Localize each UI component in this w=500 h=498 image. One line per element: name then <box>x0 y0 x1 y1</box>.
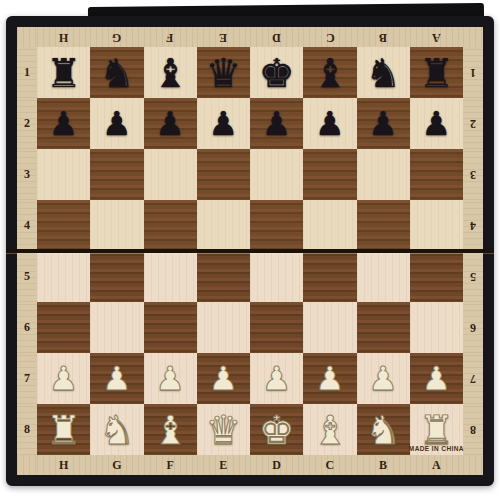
rank-label-left-7: 7 <box>17 353 37 404</box>
rank-label-left-1: 1 <box>17 47 37 98</box>
square-e3[interactable] <box>197 149 250 200</box>
file-label-bottom-a-text: A <box>432 458 441 473</box>
square-b2[interactable]: ♟ <box>357 98 410 149</box>
square-g5[interactable] <box>90 251 143 302</box>
rank-label-left-6: 6 <box>17 302 37 353</box>
border-corner-bottom-left <box>17 455 37 475</box>
rank-label-left-4: 4 <box>17 200 37 251</box>
square-d7[interactable]: ♟ <box>250 353 303 404</box>
piece-white-rook[interactable]: ♜ <box>46 410 82 450</box>
file-label-bottom-c-text: C <box>326 458 335 473</box>
square-h7[interactable]: ♟ <box>37 353 90 404</box>
piece-black-rook[interactable]: ♜ <box>46 53 82 93</box>
square-a8[interactable]: ♜MADE IN CHINA <box>410 404 463 455</box>
square-b7[interactable]: ♟ <box>357 353 410 404</box>
square-e5[interactable] <box>197 251 250 302</box>
piece-white-pawn[interactable]: ♟ <box>102 362 132 395</box>
chess-set-photo: HGFEDCBA1♜♞♝♛♚♝♞♜12♟♟♟♟♟♟♟♟2334455667♟♟♟… <box>0 0 500 498</box>
file-label-bottom-f: F <box>144 455 197 475</box>
file-label-bottom-a: A <box>410 455 463 475</box>
square-e7[interactable]: ♟ <box>197 353 250 404</box>
rank-label-left-6-text: 6 <box>24 320 30 335</box>
piece-black-pawn[interactable]: ♟ <box>262 107 292 140</box>
square-b8[interactable]: ♞ <box>357 404 410 455</box>
piece-white-knight[interactable]: ♞ <box>365 410 401 450</box>
rank-label-right-7-text: 7 <box>470 371 476 386</box>
square-d1[interactable]: ♚ <box>250 47 303 98</box>
square-h4[interactable] <box>37 200 90 251</box>
square-a7[interactable]: ♟ <box>410 353 463 404</box>
file-label-bottom-e: E <box>197 455 250 475</box>
chess-board: HGFEDCBA1♜♞♝♛♚♝♞♜12♟♟♟♟♟♟♟♟2334455667♟♟♟… <box>6 16 494 486</box>
rank-label-right-3: 3 <box>463 149 483 200</box>
piece-black-pawn[interactable]: ♟ <box>49 107 79 140</box>
piece-white-king[interactable]: ♚ <box>259 410 295 450</box>
square-c5[interactable] <box>303 251 356 302</box>
file-label-bottom-d: D <box>250 455 303 475</box>
square-f4[interactable] <box>144 200 197 251</box>
square-g6[interactable] <box>90 302 143 353</box>
border-corner-bottom-right <box>463 455 483 475</box>
rank-label-right-6-text: 6 <box>470 320 476 335</box>
file-label-top-h: H <box>37 27 90 47</box>
rank-label-right-4: 4 <box>463 200 483 251</box>
rank-label-left-3-text: 3 <box>24 167 30 182</box>
rank-label-left-2: 2 <box>17 98 37 149</box>
piece-black-pawn[interactable]: ♟ <box>422 107 452 140</box>
file-label-top-a: A <box>410 27 463 47</box>
rank-label-left-3: 3 <box>17 149 37 200</box>
square-f2[interactable]: ♟ <box>144 98 197 149</box>
file-label-bottom-b: B <box>357 455 410 475</box>
rank-label-left-1-text: 1 <box>24 65 30 80</box>
file-label-bottom-h: H <box>37 455 90 475</box>
piece-black-bishop[interactable]: ♝ <box>312 53 348 93</box>
square-a4[interactable] <box>410 200 463 251</box>
file-label-bottom-g-text: G <box>112 458 121 473</box>
square-d4[interactable] <box>250 200 303 251</box>
made-in-china-stamp: MADE IN CHINA <box>409 445 464 452</box>
piece-white-pawn[interactable]: ♟ <box>422 362 452 395</box>
piece-white-bishop[interactable]: ♝ <box>152 410 188 450</box>
piece-white-knight[interactable]: ♞ <box>99 410 135 450</box>
square-e8[interactable]: ♛ <box>197 404 250 455</box>
file-label-top-c: C <box>303 27 356 47</box>
square-c6[interactable] <box>303 302 356 353</box>
square-b4[interactable] <box>357 200 410 251</box>
square-f8[interactable]: ♝ <box>144 404 197 455</box>
piece-black-pawn[interactable]: ♟ <box>315 107 345 140</box>
square-a5[interactable] <box>410 251 463 302</box>
piece-white-bishop[interactable]: ♝ <box>312 410 348 450</box>
rank-label-left-2-text: 2 <box>24 116 30 131</box>
file-label-bottom-e-text: E <box>219 458 227 473</box>
square-b6[interactable] <box>357 302 410 353</box>
square-b1[interactable]: ♞ <box>357 47 410 98</box>
piece-black-bishop[interactable]: ♝ <box>152 53 188 93</box>
rank-label-right-1-text: 1 <box>470 65 476 80</box>
square-e6[interactable] <box>197 302 250 353</box>
board-fold-hinge-line <box>6 249 494 253</box>
piece-black-rook[interactable]: ♜ <box>418 53 454 93</box>
rank-label-right-7: 7 <box>463 353 483 404</box>
piece-white-pawn[interactable]: ♟ <box>368 362 398 395</box>
rank-label-right-5: 5 <box>463 251 483 302</box>
square-h8[interactable]: ♜ <box>37 404 90 455</box>
file-label-top-e-text: E <box>219 30 227 45</box>
square-e1[interactable]: ♛ <box>197 47 250 98</box>
piece-white-pawn[interactable]: ♟ <box>315 362 345 395</box>
rank-label-right-8-text: 8 <box>470 422 476 437</box>
square-f7[interactable]: ♟ <box>144 353 197 404</box>
rank-label-left-8-text: 8 <box>24 422 30 437</box>
square-g4[interactable] <box>90 200 143 251</box>
square-c1[interactable]: ♝ <box>303 47 356 98</box>
square-g7[interactable]: ♟ <box>90 353 143 404</box>
square-h2[interactable]: ♟ <box>37 98 90 149</box>
file-label-top-d-text: D <box>272 30 281 45</box>
square-f3[interactable] <box>144 149 197 200</box>
file-label-bottom-d-text: D <box>272 458 281 473</box>
square-e4[interactable] <box>197 200 250 251</box>
file-label-bottom-b-text: B <box>379 458 387 473</box>
square-a6[interactable] <box>410 302 463 353</box>
square-d8[interactable]: ♚ <box>250 404 303 455</box>
square-c7[interactable]: ♟ <box>303 353 356 404</box>
piece-white-pawn[interactable]: ♟ <box>209 362 239 395</box>
border-corner-top-left <box>17 27 37 47</box>
file-label-top-h-text: H <box>59 30 68 45</box>
square-a1[interactable]: ♜ <box>410 47 463 98</box>
rank-label-left-7-text: 7 <box>24 371 30 386</box>
square-f5[interactable] <box>144 251 197 302</box>
piece-black-pawn[interactable]: ♟ <box>209 107 239 140</box>
rank-label-right-8: 8 <box>463 404 483 455</box>
square-f6[interactable] <box>144 302 197 353</box>
piece-white-queen[interactable]: ♛ <box>205 410 241 450</box>
square-a2[interactable]: ♟ <box>410 98 463 149</box>
file-label-bottom-g: G <box>90 455 143 475</box>
piece-black-king[interactable]: ♚ <box>259 53 295 93</box>
piece-black-knight[interactable]: ♞ <box>365 53 401 93</box>
rank-label-left-5-text: 5 <box>24 269 30 284</box>
square-e2[interactable]: ♟ <box>197 98 250 149</box>
rank-label-right-3-text: 3 <box>470 167 476 182</box>
file-label-top-f: F <box>144 27 197 47</box>
rank-label-right-1: 1 <box>463 47 483 98</box>
piece-black-pawn[interactable]: ♟ <box>102 107 132 140</box>
file-label-top-d: D <box>250 27 303 47</box>
piece-white-pawn[interactable]: ♟ <box>49 362 79 395</box>
rank-label-left-5: 5 <box>17 251 37 302</box>
file-label-top-a-text: A <box>432 30 441 45</box>
file-label-bottom-f-text: F <box>166 458 173 473</box>
square-h1[interactable]: ♜ <box>37 47 90 98</box>
rank-label-left-8: 8 <box>17 404 37 455</box>
file-label-top-c-text: C <box>326 30 335 45</box>
square-h5[interactable] <box>37 251 90 302</box>
piece-black-pawn[interactable]: ♟ <box>368 107 398 140</box>
square-g2[interactable]: ♟ <box>90 98 143 149</box>
square-h3[interactable] <box>37 149 90 200</box>
square-f1[interactable]: ♝ <box>144 47 197 98</box>
rank-label-right-5-text: 5 <box>470 269 476 284</box>
piece-white-pawn[interactable]: ♟ <box>155 362 185 395</box>
file-label-top-b: B <box>357 27 410 47</box>
file-label-bottom-h-text: H <box>59 458 68 473</box>
square-d3[interactable] <box>250 149 303 200</box>
square-g8[interactable]: ♞ <box>90 404 143 455</box>
rank-label-right-4-text: 4 <box>470 218 476 233</box>
square-b3[interactable] <box>357 149 410 200</box>
rank-label-right-2: 2 <box>463 98 483 149</box>
piece-white-rook[interactable]: ♜ <box>418 410 454 450</box>
file-label-top-g-text: G <box>112 30 121 45</box>
square-g3[interactable] <box>90 149 143 200</box>
square-d2[interactable]: ♟ <box>250 98 303 149</box>
piece-white-pawn[interactable]: ♟ <box>262 362 292 395</box>
square-d5[interactable] <box>250 251 303 302</box>
square-d6[interactable] <box>250 302 303 353</box>
piece-black-queen[interactable]: ♛ <box>205 53 241 93</box>
piece-black-knight[interactable]: ♞ <box>99 53 135 93</box>
square-c8[interactable]: ♝ <box>303 404 356 455</box>
rank-label-right-2-text: 2 <box>470 116 476 131</box>
file-label-top-b-text: B <box>379 30 387 45</box>
rank-label-left-4-text: 4 <box>24 218 30 233</box>
piece-black-pawn[interactable]: ♟ <box>155 107 185 140</box>
square-c4[interactable] <box>303 200 356 251</box>
file-label-top-e: E <box>197 27 250 47</box>
square-c2[interactable]: ♟ <box>303 98 356 149</box>
file-label-top-g: G <box>90 27 143 47</box>
square-a3[interactable] <box>410 149 463 200</box>
square-b5[interactable] <box>357 251 410 302</box>
file-label-top-f-text: F <box>166 30 173 45</box>
file-label-bottom-c: C <box>303 455 356 475</box>
rank-label-right-6: 6 <box>463 302 483 353</box>
square-h6[interactable] <box>37 302 90 353</box>
square-c3[interactable] <box>303 149 356 200</box>
border-corner-top-right <box>463 27 483 47</box>
square-g1[interactable]: ♞ <box>90 47 143 98</box>
